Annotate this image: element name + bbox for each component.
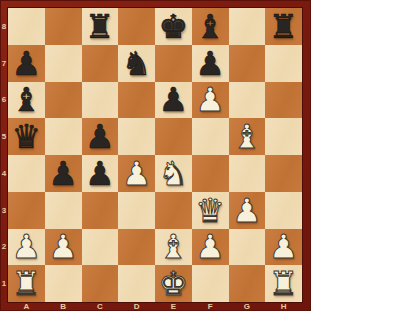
- piece-black-bishop[interactable]: ♝: [12, 83, 42, 116]
- square-c2[interactable]: [82, 229, 119, 266]
- piece-white-rook[interactable]: ♜: [269, 267, 299, 300]
- square-a7[interactable]: ♟: [8, 45, 45, 82]
- square-f4[interactable]: [192, 155, 229, 192]
- square-g2[interactable]: [229, 229, 266, 266]
- rank-label-6: 6: [0, 82, 8, 119]
- square-h4[interactable]: [265, 155, 302, 192]
- square-e5[interactable]: [155, 118, 192, 155]
- piece-white-rook[interactable]: ♜: [12, 267, 42, 300]
- square-d6[interactable]: [118, 82, 155, 119]
- square-g4[interactable]: [229, 155, 266, 192]
- piece-white-bishop[interactable]: ♝: [232, 120, 262, 153]
- piece-black-pawn[interactable]: ♟: [195, 47, 225, 80]
- square-e2[interactable]: ♝: [155, 229, 192, 266]
- square-f3[interactable]: ♛: [192, 192, 229, 229]
- square-h3[interactable]: [265, 192, 302, 229]
- square-c3[interactable]: [82, 192, 119, 229]
- square-c4[interactable]: ♟: [82, 155, 119, 192]
- square-g6[interactable]: [229, 82, 266, 119]
- rank-label-4: 4: [0, 155, 8, 192]
- square-h2[interactable]: ♟: [265, 229, 302, 266]
- square-c7[interactable]: [82, 45, 119, 82]
- square-h1[interactable]: ♜: [265, 265, 302, 302]
- piece-white-bishop[interactable]: ♝: [159, 230, 189, 263]
- rank-label-1: 1: [0, 265, 8, 302]
- piece-black-pawn[interactable]: ♟: [12, 47, 42, 80]
- square-f2[interactable]: ♟: [192, 229, 229, 266]
- square-a6[interactable]: ♝: [8, 82, 45, 119]
- square-c8[interactable]: ♜: [82, 8, 119, 45]
- square-d8[interactable]: [118, 8, 155, 45]
- square-b6[interactable]: [45, 82, 82, 119]
- square-a3[interactable]: [8, 192, 45, 229]
- square-e4[interactable]: ♞: [155, 155, 192, 192]
- square-d4[interactable]: ♟: [118, 155, 155, 192]
- piece-white-pawn[interactable]: ♟: [195, 83, 225, 116]
- piece-black-queen[interactable]: ♛: [12, 120, 42, 153]
- square-e1[interactable]: ♚: [155, 265, 192, 302]
- piece-white-queen[interactable]: ♛: [195, 194, 225, 227]
- board-grid: ♜♚♝♜♟♞♟♝♟♟♛♟♝♟♟♟♞♛♟♟♟♝♟♟♜♚♜: [8, 8, 302, 302]
- piece-white-pawn[interactable]: ♟: [195, 230, 225, 263]
- square-b8[interactable]: [45, 8, 82, 45]
- square-e7[interactable]: [155, 45, 192, 82]
- screenshot-root: ♜♚♝♜♟♞♟♝♟♟♛♟♝♟♟♟♞♛♟♟♟♝♟♟♜♚♜ 87654321ABCD…: [0, 0, 414, 311]
- rank-label-2: 2: [0, 229, 8, 266]
- square-g8[interactable]: [229, 8, 266, 45]
- rank-label-3: 3: [0, 192, 8, 229]
- square-b5[interactable]: [45, 118, 82, 155]
- piece-black-rook[interactable]: ♜: [85, 10, 115, 43]
- rank-label-5: 5: [0, 118, 8, 155]
- square-a8[interactable]: [8, 8, 45, 45]
- rank-label-7: 7: [0, 45, 8, 82]
- file-label-e: E: [155, 301, 192, 311]
- square-g1[interactable]: [229, 265, 266, 302]
- piece-black-knight[interactable]: ♞: [122, 47, 152, 80]
- piece-white-pawn[interactable]: ♟: [122, 157, 152, 190]
- square-d7[interactable]: ♞: [118, 45, 155, 82]
- square-a4[interactable]: [8, 155, 45, 192]
- piece-white-pawn[interactable]: ♟: [269, 230, 299, 263]
- square-b2[interactable]: ♟: [45, 229, 82, 266]
- chess-board: ♜♚♝♜♟♞♟♝♟♟♛♟♝♟♟♟♞♛♟♟♟♝♟♟♜♚♜ 87654321ABCD…: [0, 0, 311, 311]
- square-a5[interactable]: ♛: [8, 118, 45, 155]
- piece-black-pawn[interactable]: ♟: [85, 120, 115, 153]
- square-d5[interactable]: [118, 118, 155, 155]
- square-h6[interactable]: [265, 82, 302, 119]
- piece-white-king[interactable]: ♚: [159, 267, 189, 300]
- square-f1[interactable]: [192, 265, 229, 302]
- square-f8[interactable]: ♝: [192, 8, 229, 45]
- piece-white-pawn[interactable]: ♟: [232, 194, 262, 227]
- square-g3[interactable]: ♟: [229, 192, 266, 229]
- file-label-f: F: [192, 301, 229, 311]
- square-g7[interactable]: [229, 45, 266, 82]
- square-h7[interactable]: [265, 45, 302, 82]
- square-f5[interactable]: [192, 118, 229, 155]
- rank-label-8: 8: [0, 8, 8, 45]
- file-label-c: C: [82, 301, 119, 311]
- piece-black-bishop[interactable]: ♝: [195, 10, 225, 43]
- square-b7[interactable]: [45, 45, 82, 82]
- square-d3[interactable]: [118, 192, 155, 229]
- square-f7[interactable]: ♟: [192, 45, 229, 82]
- file-label-h: H: [265, 301, 302, 311]
- square-e8[interactable]: ♚: [155, 8, 192, 45]
- file-label-d: D: [118, 301, 155, 311]
- square-c5[interactable]: ♟: [82, 118, 119, 155]
- square-b4[interactable]: ♟: [45, 155, 82, 192]
- square-d1[interactable]: [118, 265, 155, 302]
- square-d2[interactable]: [118, 229, 155, 266]
- file-label-g: G: [229, 301, 266, 311]
- square-c1[interactable]: [82, 265, 119, 302]
- square-b3[interactable]: [45, 192, 82, 229]
- piece-white-pawn[interactable]: ♟: [48, 230, 78, 263]
- piece-black-pawn[interactable]: ♟: [159, 83, 189, 116]
- square-a1[interactable]: ♜: [8, 265, 45, 302]
- square-g5[interactable]: ♝: [229, 118, 266, 155]
- square-f6[interactable]: ♟: [192, 82, 229, 119]
- piece-black-pawn[interactable]: ♟: [85, 157, 115, 190]
- piece-black-king[interactable]: ♚: [159, 10, 189, 43]
- square-e6[interactable]: ♟: [155, 82, 192, 119]
- piece-white-pawn[interactable]: ♟: [12, 230, 42, 263]
- square-a2[interactable]: ♟: [8, 229, 45, 266]
- piece-black-rook[interactable]: ♜: [269, 10, 299, 43]
- square-c6[interactable]: [82, 82, 119, 119]
- square-b1[interactable]: [45, 265, 82, 302]
- square-e3[interactable]: [155, 192, 192, 229]
- piece-white-knight[interactable]: ♞: [159, 157, 189, 190]
- square-h5[interactable]: [265, 118, 302, 155]
- piece-black-pawn[interactable]: ♟: [48, 157, 78, 190]
- file-label-a: A: [8, 301, 45, 311]
- file-label-b: B: [45, 301, 82, 311]
- square-h8[interactable]: ♜: [265, 8, 302, 45]
